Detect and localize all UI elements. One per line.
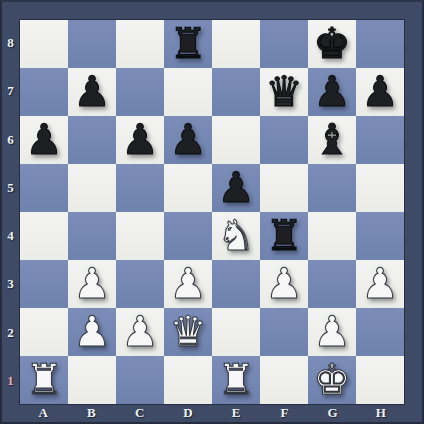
square-a2[interactable]	[20, 308, 68, 356]
square-h7[interactable]: ♟	[356, 68, 404, 116]
square-e1[interactable]: ♜	[212, 356, 260, 404]
chess-board-frame: 87654321 ♜♚♟♛♟♟♟♟♟♝♟♞♜♟♟♟♟♟♟♛♟♜♜♚ ABCDEF…	[0, 0, 424, 424]
piece-white-pawn[interactable]: ♟	[169, 260, 207, 308]
square-d7[interactable]	[164, 68, 212, 116]
piece-white-king[interactable]: ♚	[313, 356, 351, 404]
piece-white-queen[interactable]: ♛	[169, 308, 207, 356]
square-d4[interactable]	[164, 212, 212, 260]
square-d3[interactable]: ♟	[164, 260, 212, 308]
piece-black-pawn[interactable]: ♟	[121, 116, 159, 164]
piece-white-rook[interactable]: ♜	[25, 356, 63, 404]
square-d6[interactable]: ♟	[164, 116, 212, 164]
rank-label-5: 5	[2, 164, 19, 212]
square-f2[interactable]	[260, 308, 308, 356]
square-a3[interactable]	[20, 260, 68, 308]
square-b6[interactable]	[68, 116, 116, 164]
square-f7[interactable]: ♛	[260, 68, 308, 116]
square-c5[interactable]	[116, 164, 164, 212]
file-label-h: H	[357, 405, 405, 421]
square-c1[interactable]	[116, 356, 164, 404]
square-d5[interactable]	[164, 164, 212, 212]
file-label-c: C	[116, 405, 164, 421]
rank-label-7: 7	[2, 67, 19, 115]
square-a4[interactable]	[20, 212, 68, 260]
square-f5[interactable]	[260, 164, 308, 212]
square-a6[interactable]: ♟	[20, 116, 68, 164]
rank-label-6: 6	[2, 116, 19, 164]
square-b2[interactable]: ♟	[68, 308, 116, 356]
square-e7[interactable]	[212, 68, 260, 116]
square-h8[interactable]	[356, 20, 404, 68]
piece-black-bishop[interactable]: ♝	[313, 116, 351, 164]
square-a7[interactable]	[20, 68, 68, 116]
square-a1[interactable]: ♜	[20, 356, 68, 404]
chess-board[interactable]: ♜♚♟♛♟♟♟♟♟♝♟♞♜♟♟♟♟♟♟♛♟♜♜♚	[19, 19, 405, 405]
piece-black-rook[interactable]: ♜	[169, 20, 207, 68]
square-g4[interactable]	[308, 212, 356, 260]
square-g6[interactable]: ♝	[308, 116, 356, 164]
file-label-f: F	[260, 405, 308, 421]
square-c2[interactable]: ♟	[116, 308, 164, 356]
square-b3[interactable]: ♟	[68, 260, 116, 308]
square-f1[interactable]	[260, 356, 308, 404]
file-label-b: B	[67, 405, 115, 421]
square-c7[interactable]	[116, 68, 164, 116]
square-b4[interactable]	[68, 212, 116, 260]
square-e6[interactable]	[212, 116, 260, 164]
square-e4[interactable]: ♞	[212, 212, 260, 260]
square-g5[interactable]	[308, 164, 356, 212]
square-h3[interactable]: ♟	[356, 260, 404, 308]
square-f3[interactable]: ♟	[260, 260, 308, 308]
piece-white-rook[interactable]: ♜	[217, 356, 255, 404]
rank-labels: 87654321	[2, 19, 19, 405]
piece-white-pawn[interactable]: ♟	[361, 260, 399, 308]
piece-white-pawn[interactable]: ♟	[121, 308, 159, 356]
square-d8[interactable]: ♜	[164, 20, 212, 68]
file-label-d: D	[164, 405, 212, 421]
piece-black-pawn[interactable]: ♟	[361, 68, 399, 116]
rank-label-1: 1	[2, 357, 19, 405]
file-label-g: G	[309, 405, 357, 421]
square-e2[interactable]	[212, 308, 260, 356]
square-d1[interactable]	[164, 356, 212, 404]
square-e5[interactable]: ♟	[212, 164, 260, 212]
file-label-e: E	[212, 405, 260, 421]
square-c6[interactable]: ♟	[116, 116, 164, 164]
square-c3[interactable]	[116, 260, 164, 308]
square-e8[interactable]	[212, 20, 260, 68]
piece-black-rook[interactable]: ♜	[265, 212, 303, 260]
file-label-a: A	[19, 405, 67, 421]
piece-white-knight[interactable]: ♞	[217, 212, 255, 260]
square-h4[interactable]	[356, 212, 404, 260]
square-a8[interactable]	[20, 20, 68, 68]
piece-black-queen[interactable]: ♛	[265, 68, 303, 116]
square-d2[interactable]: ♛	[164, 308, 212, 356]
square-b7[interactable]: ♟	[68, 68, 116, 116]
rank-label-3: 3	[2, 260, 19, 308]
square-g1[interactable]: ♚	[308, 356, 356, 404]
square-b1[interactable]	[68, 356, 116, 404]
piece-white-pawn[interactable]: ♟	[73, 308, 111, 356]
rank-label-2: 2	[2, 309, 19, 357]
square-c4[interactable]	[116, 212, 164, 260]
square-e3[interactable]	[212, 260, 260, 308]
square-g2[interactable]: ♟	[308, 308, 356, 356]
square-f4[interactable]: ♜	[260, 212, 308, 260]
square-c8[interactable]	[116, 20, 164, 68]
piece-white-pawn[interactable]: ♟	[73, 260, 111, 308]
piece-black-pawn[interactable]: ♟	[217, 164, 255, 212]
square-h6[interactable]	[356, 116, 404, 164]
file-labels: ABCDEFGH	[19, 405, 405, 421]
piece-black-pawn[interactable]: ♟	[313, 68, 351, 116]
piece-black-king[interactable]: ♚	[313, 20, 351, 68]
piece-black-pawn[interactable]: ♟	[25, 116, 63, 164]
square-b5[interactable]	[68, 164, 116, 212]
square-b8[interactable]	[68, 20, 116, 68]
piece-black-pawn[interactable]: ♟	[169, 116, 207, 164]
rank-label-4: 4	[2, 212, 19, 260]
square-f6[interactable]	[260, 116, 308, 164]
square-h1[interactable]	[356, 356, 404, 404]
square-g8[interactable]: ♚	[308, 20, 356, 68]
square-h2[interactable]	[356, 308, 404, 356]
piece-black-pawn[interactable]: ♟	[73, 68, 111, 116]
piece-white-pawn[interactable]: ♟	[313, 308, 351, 356]
square-g7[interactable]: ♟	[308, 68, 356, 116]
square-g3[interactable]	[308, 260, 356, 308]
square-h5[interactable]	[356, 164, 404, 212]
piece-white-pawn[interactable]: ♟	[265, 260, 303, 308]
square-a5[interactable]	[20, 164, 68, 212]
square-f8[interactable]	[260, 20, 308, 68]
rank-label-8: 8	[2, 19, 19, 67]
